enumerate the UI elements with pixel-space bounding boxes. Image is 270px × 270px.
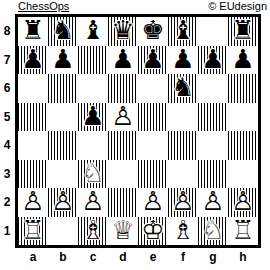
square-b7[interactable]: ♟♟	[48, 46, 78, 75]
square-b2[interactable]: ♟♙	[48, 188, 78, 217]
piece-black-queen: ♛♛	[108, 17, 138, 46]
square-a6[interactable]	[18, 74, 48, 103]
square-a5[interactable]	[18, 103, 48, 132]
square-f1[interactable]: ♝♗	[168, 217, 198, 246]
square-f3[interactable]	[168, 160, 198, 189]
rank-label-5: 5	[0, 103, 14, 132]
square-d1[interactable]: ♛♕	[108, 217, 138, 246]
file-label-a: a	[18, 249, 48, 265]
piece-black-pawn: ♟♟	[138, 46, 168, 75]
square-c3[interactable]: ♞♘	[78, 160, 108, 189]
square-h7[interactable]: ♟♟	[228, 46, 258, 75]
square-e5[interactable]	[138, 103, 168, 132]
square-f2[interactable]: ♟♙	[168, 188, 198, 217]
rank-label-6: 6	[0, 74, 14, 103]
square-h5[interactable]	[228, 103, 258, 132]
square-d3[interactable]	[108, 160, 138, 189]
piece-black-bishop: ♝♝	[78, 17, 108, 46]
square-e7[interactable]: ♟♟	[138, 46, 168, 75]
piece-white-king: ♚♔	[138, 217, 168, 246]
square-d2[interactable]	[108, 188, 138, 217]
file-label-f: f	[168, 249, 198, 265]
rank-label-7: 7	[0, 46, 14, 75]
piece-white-knight: ♞♘	[198, 217, 228, 246]
square-g5[interactable]	[198, 103, 228, 132]
piece-white-pawn: ♟♙	[228, 188, 258, 217]
square-f5[interactable]	[168, 103, 198, 132]
piece-white-knight: ♞♘	[78, 160, 108, 189]
square-e6[interactable]	[138, 74, 168, 103]
square-a1[interactable]: ♜♖	[18, 217, 48, 246]
file-label-d: d	[108, 249, 138, 265]
chessops-link[interactable]: ChessOps	[18, 0, 69, 12]
piece-white-pawn: ♟♙	[48, 188, 78, 217]
piece-black-pawn: ♟♟	[108, 46, 138, 75]
chessops-diagram-page: ChessOps © EUdesign 87654321 ♜♜♞♞♝♝♛♛♚♚♝…	[0, 0, 270, 270]
square-g3[interactable]	[198, 160, 228, 189]
square-h4[interactable]	[228, 131, 258, 160]
square-e8[interactable]: ♚♚	[138, 17, 168, 46]
square-d4[interactable]	[108, 131, 138, 160]
square-g8[interactable]	[198, 17, 228, 46]
square-d7[interactable]: ♟♟	[108, 46, 138, 75]
square-b1[interactable]	[48, 217, 78, 246]
square-d6[interactable]	[108, 74, 138, 103]
copyright-text: © EUdesign	[208, 0, 267, 12]
file-label-g: g	[198, 249, 228, 265]
piece-white-pawn: ♟♙	[78, 188, 108, 217]
file-label-h: h	[228, 249, 258, 265]
square-h6[interactable]	[228, 74, 258, 103]
square-g6[interactable]	[198, 74, 228, 103]
square-c2[interactable]: ♟♙	[78, 188, 108, 217]
square-a3[interactable]	[18, 160, 48, 189]
square-h8[interactable]: ♜♜	[228, 17, 258, 46]
piece-black-bishop: ♝♝	[168, 17, 198, 46]
rank-label-8: 8	[0, 17, 14, 46]
square-a7[interactable]: ♟♟	[18, 46, 48, 75]
piece-black-rook: ♜♜	[228, 17, 258, 46]
square-b8[interactable]: ♞♞	[48, 17, 78, 46]
piece-black-king: ♚♚	[138, 17, 168, 46]
piece-white-pawn: ♟♙	[138, 188, 168, 217]
file-label-c: c	[78, 249, 108, 265]
piece-black-rook: ♜♜	[18, 17, 48, 46]
square-g4[interactable]	[198, 131, 228, 160]
square-c7[interactable]	[78, 46, 108, 75]
piece-white-rook: ♜♖	[228, 217, 258, 246]
rank-label-1: 1	[0, 217, 14, 246]
square-b3[interactable]	[48, 160, 78, 189]
square-d8[interactable]: ♛♛	[108, 17, 138, 46]
piece-black-pawn: ♟♟	[168, 46, 198, 75]
square-c8[interactable]: ♝♝	[78, 17, 108, 46]
piece-black-pawn: ♟♟	[18, 46, 48, 75]
piece-black-pawn: ♟♟	[48, 46, 78, 75]
square-g7[interactable]: ♟♟	[198, 46, 228, 75]
square-f7[interactable]: ♟♟	[168, 46, 198, 75]
piece-white-rook: ♜♖	[18, 217, 48, 246]
piece-black-knight: ♞♞	[168, 74, 198, 103]
square-c5[interactable]: ♟♟	[78, 103, 108, 132]
rank-label-4: 4	[0, 131, 14, 160]
square-g2[interactable]: ♟♙	[198, 188, 228, 217]
piece-black-knight: ♞♞	[48, 17, 78, 46]
piece-black-pawn: ♟♟	[198, 46, 228, 75]
rank-labels: 87654321	[0, 17, 14, 245]
file-label-b: b	[48, 249, 78, 265]
square-e1[interactable]: ♚♔	[138, 217, 168, 246]
square-e3[interactable]	[138, 160, 168, 189]
square-f4[interactable]	[168, 131, 198, 160]
square-a2[interactable]: ♟♙	[18, 188, 48, 217]
rank-label-3: 3	[0, 160, 14, 189]
square-h3[interactable]	[228, 160, 258, 189]
piece-white-bishop: ♝♗	[168, 217, 198, 246]
rank-label-2: 2	[0, 188, 14, 217]
board-grid: ♜♜♞♞♝♝♛♛♚♚♝♝♜♜♟♟♟♟♟♟♟♟♟♟♟♟♟♟♞♞♟♟♟♙♞♘♟♙♟♙…	[18, 17, 258, 245]
square-d5[interactable]: ♟♙	[108, 103, 138, 132]
square-a4[interactable]	[18, 131, 48, 160]
square-b4[interactable]	[48, 131, 78, 160]
piece-white-pawn: ♟♙	[168, 188, 198, 217]
square-b5[interactable]	[48, 103, 78, 132]
square-f8[interactable]: ♝♝	[168, 17, 198, 46]
piece-black-pawn: ♟♟	[228, 46, 258, 75]
piece-white-bishop: ♝♗	[78, 217, 108, 246]
square-c4[interactable]	[78, 131, 108, 160]
file-labels: abcdefgh	[18, 249, 258, 265]
square-g1[interactable]: ♞♘	[198, 217, 228, 246]
square-b6[interactable]	[48, 74, 78, 103]
square-e4[interactable]	[138, 131, 168, 160]
square-a8[interactable]: ♜♜	[18, 17, 48, 46]
chess-board: ♜♜♞♞♝♝♛♛♚♚♝♝♜♜♟♟♟♟♟♟♟♟♟♟♟♟♟♟♞♞♟♟♟♙♞♘♟♙♟♙…	[15, 14, 261, 248]
piece-white-pawn: ♟♙	[108, 103, 138, 132]
square-h2[interactable]: ♟♙	[228, 188, 258, 217]
square-f6[interactable]: ♞♞	[168, 74, 198, 103]
square-h1[interactable]: ♜♖	[228, 217, 258, 246]
file-label-e: e	[138, 249, 168, 265]
piece-white-pawn: ♟♙	[198, 188, 228, 217]
piece-black-pawn: ♟♟	[78, 103, 108, 132]
square-e2[interactable]: ♟♙	[138, 188, 168, 217]
square-c1[interactable]: ♝♗	[78, 217, 108, 246]
piece-white-queen: ♛♕	[108, 217, 138, 246]
piece-white-pawn: ♟♙	[18, 188, 48, 217]
square-c6[interactable]	[78, 74, 108, 103]
